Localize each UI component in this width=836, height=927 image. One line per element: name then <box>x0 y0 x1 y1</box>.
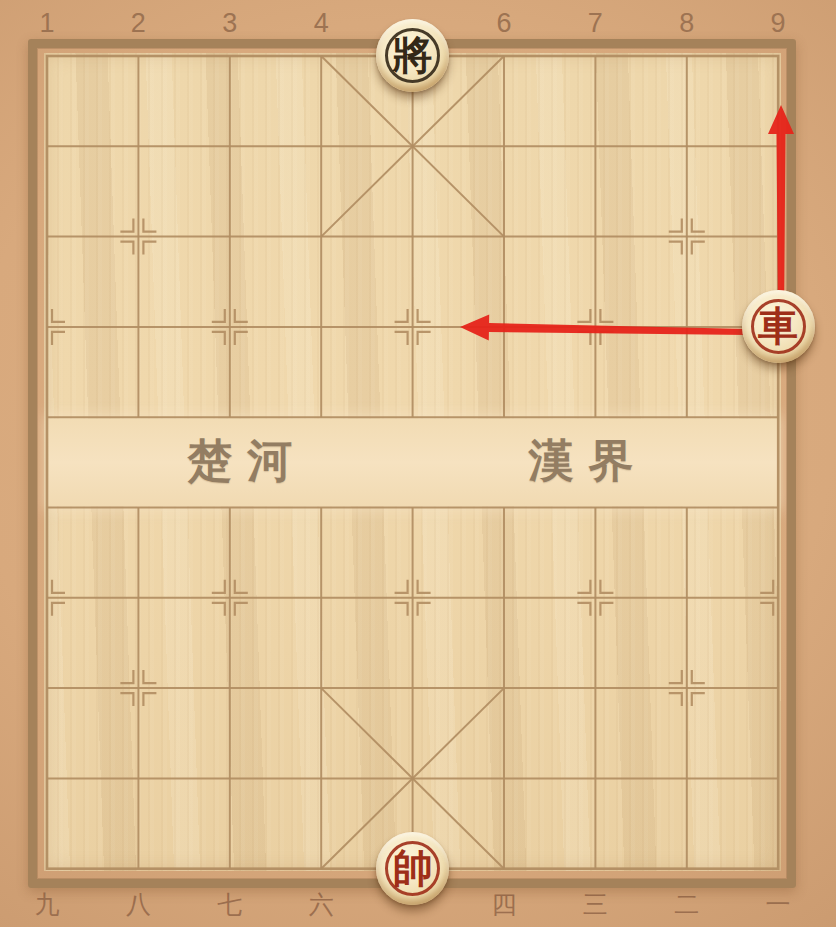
board-point[interactable] <box>275 462 366 552</box>
board-point[interactable] <box>93 282 184 372</box>
board-point[interactable] <box>458 824 549 914</box>
board-point[interactable] <box>184 553 275 643</box>
board-point[interactable] <box>367 462 458 552</box>
board-point[interactable] <box>275 553 366 643</box>
board-point[interactable] <box>1 11 92 101</box>
piece-character: 將 <box>393 35 433 75</box>
board-point[interactable] <box>732 101 823 191</box>
board-point[interactable] <box>275 643 366 733</box>
xiangqi-board: 楚河 漢界 12346789 九八七六四三二一 將車帥 <box>0 0 836 927</box>
board-point[interactable] <box>93 372 184 462</box>
board-point[interactable] <box>732 643 823 733</box>
board-point[interactable] <box>458 11 549 101</box>
board-point[interactable] <box>275 733 366 823</box>
board-point[interactable] <box>367 101 458 191</box>
board-point[interactable] <box>641 643 732 733</box>
board-point[interactable] <box>275 824 366 914</box>
board-point[interactable] <box>641 191 732 281</box>
board-point[interactable] <box>732 372 823 462</box>
board-point[interactable] <box>93 824 184 914</box>
board-point[interactable] <box>641 372 732 462</box>
board-point[interactable] <box>1 462 92 552</box>
board-point[interactable] <box>93 733 184 823</box>
board-point[interactable] <box>641 733 732 823</box>
board-point[interactable] <box>93 101 184 191</box>
board-point[interactable] <box>93 462 184 552</box>
board-point[interactable] <box>184 462 275 552</box>
board-point[interactable] <box>367 191 458 281</box>
board-point[interactable] <box>275 282 366 372</box>
board-point[interactable] <box>550 462 641 552</box>
board-point[interactable] <box>641 282 732 372</box>
board-point[interactable] <box>550 101 641 191</box>
board-point[interactable] <box>275 372 366 462</box>
board-point[interactable] <box>550 372 641 462</box>
board-point[interactable] <box>641 553 732 643</box>
board-point[interactable] <box>732 462 823 552</box>
board-point[interactable] <box>1 372 92 462</box>
board-point[interactable] <box>367 282 458 372</box>
board-point[interactable] <box>184 643 275 733</box>
board-point[interactable] <box>550 282 641 372</box>
board-grid: 將車帥 <box>1 11 824 914</box>
board-point[interactable] <box>1 101 92 191</box>
board-point[interactable] <box>1 282 92 372</box>
board-point[interactable] <box>184 733 275 823</box>
board-point[interactable] <box>550 553 641 643</box>
red-chariot[interactable]: 車 <box>742 290 815 363</box>
board-point[interactable] <box>732 733 823 823</box>
board-point[interactable] <box>275 191 366 281</box>
board-point[interactable] <box>1 643 92 733</box>
board-point[interactable] <box>550 824 641 914</box>
red-general[interactable]: 帥 <box>376 832 449 905</box>
board-point[interactable] <box>1 191 92 281</box>
board-point[interactable] <box>732 11 823 101</box>
board-point[interactable] <box>275 11 366 101</box>
board-point[interactable] <box>367 553 458 643</box>
board-point[interactable] <box>641 101 732 191</box>
board-point[interactable] <box>184 282 275 372</box>
board-point[interactable] <box>550 643 641 733</box>
board-point[interactable] <box>93 191 184 281</box>
board-point[interactable] <box>275 101 366 191</box>
piece-character: 帥 <box>393 848 433 888</box>
board-point[interactable] <box>458 191 549 281</box>
board-point[interactable] <box>732 824 823 914</box>
board-point[interactable] <box>93 643 184 733</box>
board-point[interactable] <box>550 191 641 281</box>
board-point[interactable] <box>641 11 732 101</box>
board-point[interactable] <box>184 101 275 191</box>
board-point[interactable] <box>184 191 275 281</box>
board-point[interactable] <box>184 372 275 462</box>
board-point[interactable] <box>184 11 275 101</box>
board-point[interactable] <box>458 372 549 462</box>
board-point[interactable] <box>458 101 549 191</box>
board-point[interactable] <box>732 191 823 281</box>
board-point[interactable] <box>93 11 184 101</box>
board-point[interactable] <box>732 553 823 643</box>
piece-character: 車 <box>758 306 798 346</box>
board-point[interactable] <box>367 643 458 733</box>
board-point[interactable]: 車 <box>732 282 823 372</box>
board-point[interactable] <box>550 733 641 823</box>
board-point[interactable] <box>1 553 92 643</box>
board-point[interactable] <box>641 462 732 552</box>
board-point[interactable] <box>458 643 549 733</box>
board-point[interactable] <box>458 462 549 552</box>
board-point[interactable]: 將 <box>367 11 458 101</box>
board-point[interactable] <box>458 553 549 643</box>
board-point[interactable] <box>458 733 549 823</box>
board-point[interactable] <box>93 553 184 643</box>
board-point[interactable] <box>1 824 92 914</box>
board-point[interactable] <box>1 733 92 823</box>
board-point[interactable] <box>367 733 458 823</box>
board-point[interactable]: 帥 <box>367 824 458 914</box>
board-point[interactable] <box>184 824 275 914</box>
board-point[interactable] <box>641 824 732 914</box>
black-general[interactable]: 將 <box>376 19 449 92</box>
board-point[interactable] <box>458 282 549 372</box>
board-point[interactable] <box>367 372 458 462</box>
board-point[interactable] <box>550 11 641 101</box>
